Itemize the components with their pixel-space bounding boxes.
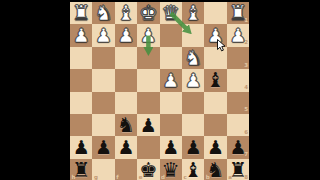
square-f3[interactable] [115, 47, 137, 69]
square-f1[interactable]: ♝ [115, 2, 137, 24]
white-pawn-c4: ♟ [185, 70, 202, 89]
square-b5[interactable] [204, 92, 226, 114]
white-pawn-b2: ♟ [207, 26, 224, 45]
white-pawn-h2: ♟ [73, 26, 90, 45]
black-pawn-h7: ♟ [73, 138, 90, 157]
square-d4[interactable]: ♟ [160, 69, 182, 91]
square-e3[interactable] [137, 47, 159, 69]
square-a1[interactable]: ♜1 [227, 2, 249, 24]
white-bishop-f1: ♝ [117, 2, 135, 23]
rank-label-3: 3 [244, 63, 248, 69]
square-e1[interactable]: ♚ [137, 2, 159, 24]
square-e4[interactable] [137, 69, 159, 91]
white-rook-a1: ♜ [229, 2, 247, 23]
letterbox-left [0, 0, 70, 180]
square-f2[interactable]: ♟ [115, 24, 137, 46]
black-king-e8: ♚ [139, 159, 157, 180]
square-d6[interactable] [160, 114, 182, 136]
square-a4[interactable]: 4 [227, 69, 249, 91]
square-d1[interactable]: ♛ [160, 2, 182, 24]
black-knight-b8: ♞ [206, 159, 224, 180]
square-f4[interactable] [115, 69, 137, 91]
square-g5[interactable] [92, 92, 114, 114]
white-queen-d1: ♛ [162, 2, 180, 23]
black-pawn-a7: ♟ [229, 138, 246, 157]
square-g8[interactable]: g [92, 159, 114, 180]
square-h1[interactable]: ♜ [70, 2, 92, 24]
square-a3[interactable]: 3 [227, 47, 249, 69]
square-d8[interactable]: ♛d [160, 159, 182, 180]
square-e5[interactable] [137, 92, 159, 114]
black-pawn-d7: ♟ [162, 138, 179, 157]
white-pawn-e2: ♟ [140, 26, 157, 45]
black-knight-f6: ♞ [117, 114, 135, 135]
square-b8[interactable]: ♞b [204, 159, 226, 180]
square-e6[interactable]: ♟ [137, 114, 159, 136]
black-bishop-b4: ♝ [206, 70, 224, 91]
square-e7[interactable] [137, 136, 159, 158]
white-knight-g1: ♞ [94, 2, 112, 23]
white-bishop-c1: ♝ [184, 2, 202, 23]
square-h3[interactable] [70, 47, 92, 69]
rank-label-6: 6 [244, 130, 248, 136]
square-h6[interactable] [70, 114, 92, 136]
square-h7[interactable]: ♟ [70, 136, 92, 158]
square-e2[interactable]: ♟ [137, 24, 159, 46]
square-c8[interactable]: ♝c [182, 159, 204, 180]
file-label-f: f [116, 175, 118, 180]
black-pawn-c7: ♟ [185, 138, 202, 157]
black-bishop-c8: ♝ [184, 159, 202, 180]
square-a8[interactable]: ♜8a [227, 159, 249, 180]
rank-label-4: 4 [244, 85, 248, 91]
black-pawn-f7: ♟ [117, 138, 134, 157]
white-king-e1: ♚ [139, 2, 157, 23]
square-d5[interactable] [160, 92, 182, 114]
black-rook-h8: ♜ [72, 159, 90, 180]
square-a6[interactable]: 6 [227, 114, 249, 136]
file-label-g: g [94, 175, 98, 180]
square-c6[interactable] [182, 114, 204, 136]
square-d3[interactable] [160, 47, 182, 69]
square-b1[interactable] [204, 2, 226, 24]
rank-label-5: 5 [244, 107, 248, 113]
square-b7[interactable]: ♟ [204, 136, 226, 158]
square-a2[interactable]: ♟2 [227, 24, 249, 46]
square-f5[interactable] [115, 92, 137, 114]
square-h5[interactable] [70, 92, 92, 114]
square-c7[interactable]: ♟ [182, 136, 204, 158]
white-pawn-a2: ♟ [229, 26, 246, 45]
black-pawn-b7: ♟ [207, 138, 224, 157]
square-d7[interactable]: ♟ [160, 136, 182, 158]
square-f6[interactable]: ♞ [115, 114, 137, 136]
square-g6[interactable] [92, 114, 114, 136]
square-c5[interactable] [182, 92, 204, 114]
square-h4[interactable] [70, 69, 92, 91]
black-queen-d8: ♛ [162, 159, 180, 180]
white-pawn-d4: ♟ [162, 70, 179, 89]
black-rook-a8: ♜ [229, 159, 247, 180]
square-g3[interactable] [92, 47, 114, 69]
square-g1[interactable]: ♞ [92, 2, 114, 24]
square-h2[interactable]: ♟ [70, 24, 92, 46]
square-c2[interactable] [182, 24, 204, 46]
square-c4[interactable]: ♟ [182, 69, 204, 91]
white-pawn-f2: ♟ [117, 26, 134, 45]
square-e8[interactable]: ♚e [137, 159, 159, 180]
square-g2[interactable]: ♟ [92, 24, 114, 46]
square-b4[interactable]: ♝ [204, 69, 226, 91]
square-c3[interactable]: ♞ [182, 47, 204, 69]
white-pawn-g2: ♟ [95, 26, 112, 45]
square-d2[interactable] [160, 24, 182, 46]
chess-board: ♜♞♝♚♛♝♜1♟♟♟♟♟♟2♞3♟♟♝45♞♟6♟♟♟♟♟♟♟7♜hgf♚e♛… [70, 2, 249, 180]
black-pawn-g7: ♟ [95, 138, 112, 157]
white-knight-c3: ♞ [184, 47, 202, 68]
square-b6[interactable] [204, 114, 226, 136]
square-g4[interactable] [92, 69, 114, 91]
letterbox-right [249, 0, 320, 180]
square-b2[interactable]: ♟ [204, 24, 226, 46]
square-f8[interactable]: f [115, 159, 137, 180]
square-b3[interactable] [204, 47, 226, 69]
square-a7[interactable]: ♟7 [227, 136, 249, 158]
square-a5[interactable]: 5 [227, 92, 249, 114]
square-h8[interactable]: ♜h [70, 159, 92, 180]
square-c1[interactable]: ♝ [182, 2, 204, 24]
square-f7[interactable]: ♟ [115, 136, 137, 158]
white-rook-h1: ♜ [72, 2, 90, 23]
black-pawn-e6: ♟ [140, 115, 157, 134]
square-g7[interactable]: ♟ [92, 136, 114, 158]
